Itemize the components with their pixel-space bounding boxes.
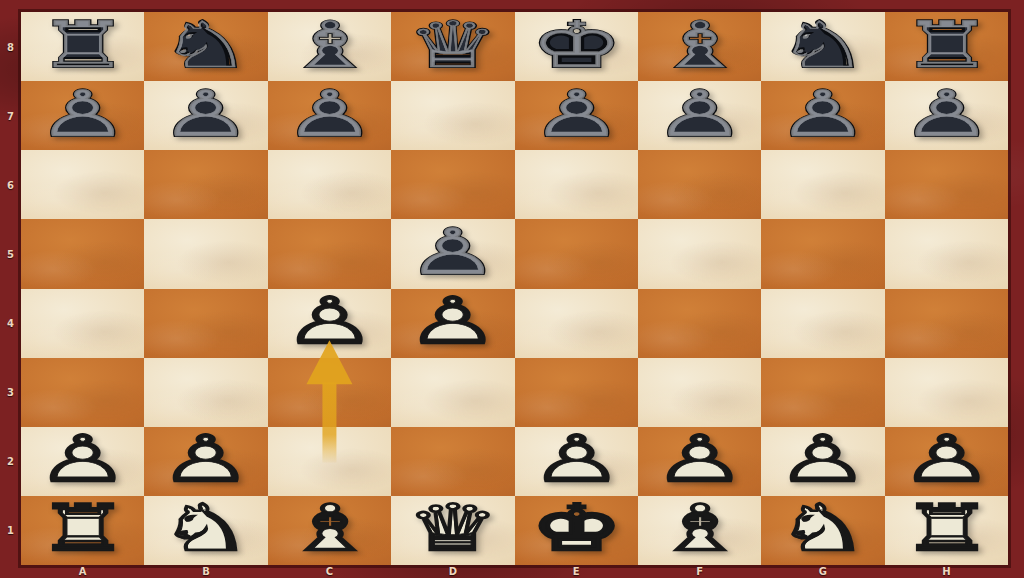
rank-label-6: 6 [0, 179, 21, 190]
piece-glyph-outline: ♙ [900, 82, 993, 146]
square-b5[interactable] [144, 219, 267, 288]
square-b3[interactable] [144, 358, 267, 427]
rank-label-1: 1 [0, 525, 21, 536]
rank-label-2: 2 [0, 456, 21, 467]
piece-black-rook[interactable]: ♜♖ [846, 12, 1024, 81]
square-g6[interactable] [761, 150, 884, 219]
piece-glyph-outline: ♙ [160, 427, 253, 491]
piece-glyph-outline: ♖ [900, 13, 993, 77]
chess-board: ♜♖♞♘♝♗♛♕♚♔♝♗♞♘♜♖♟♙♟♙♟♙♟♙♟♙♟♙♟♙♟♙♟♙♟♙♟♙♟♙… [21, 12, 1008, 565]
file-label-e: E [573, 565, 580, 578]
chess-app-frame: ♜♖♞♘♝♗♛♕♚♔♝♗♞♘♜♖♟♙♟♙♟♙♟♙♟♙♟♙♟♙♟♙♟♙♟♙♟♙♟♙… [0, 0, 1024, 578]
piece-black-pawn[interactable]: ♟♙ [230, 81, 430, 150]
square-g5[interactable] [761, 219, 884, 288]
piece-glyph-outline: ♙ [406, 220, 499, 284]
square-c6[interactable] [268, 150, 391, 219]
square-a4[interactable] [21, 289, 144, 358]
square-h5[interactable] [885, 219, 1008, 288]
rank-label-7: 7 [0, 110, 21, 121]
square-d4[interactable]: ♟♙ [391, 289, 514, 358]
square-h1[interactable]: ♜♖ [885, 496, 1008, 565]
piece-glyph-outline: ♖ [900, 497, 993, 561]
square-h2[interactable]: ♟♙ [885, 427, 1008, 496]
file-label-b: B [202, 565, 210, 578]
square-d6[interactable] [391, 150, 514, 219]
square-c3[interactable] [268, 358, 391, 427]
piece-white-pawn[interactable]: ♟♙ [106, 427, 306, 496]
square-b2[interactable]: ♟♙ [144, 427, 267, 496]
piece-black-pawn[interactable]: ♟♙ [353, 219, 553, 288]
square-a6[interactable] [21, 150, 144, 219]
piece-glyph-outline: ♙ [900, 427, 993, 491]
square-a3[interactable] [21, 358, 144, 427]
square-e3[interactable] [515, 358, 638, 427]
square-b6[interactable] [144, 150, 267, 219]
square-h3[interactable] [885, 358, 1008, 427]
piece-white-pawn[interactable]: ♟♙ [846, 427, 1024, 496]
file-label-a: A [79, 565, 87, 578]
piece-black-pawn[interactable]: ♟♙ [846, 81, 1024, 150]
piece-white-pawn[interactable]: ♟♙ [353, 289, 553, 358]
file-labels: ABCDEFGH [21, 565, 1008, 578]
rank-label-4: 4 [0, 318, 21, 329]
square-d5[interactable]: ♟♙ [391, 219, 514, 288]
square-d3[interactable] [391, 358, 514, 427]
piece-glyph-outline: ♙ [406, 289, 499, 353]
square-g4[interactable] [761, 289, 884, 358]
rank-label-3: 3 [0, 387, 21, 398]
square-f3[interactable] [638, 358, 761, 427]
square-e6[interactable] [515, 150, 638, 219]
file-label-f: F [696, 565, 703, 578]
file-label-h: H [942, 565, 950, 578]
square-h6[interactable] [885, 150, 1008, 219]
piece-glyph-outline: ♙ [283, 82, 376, 146]
square-g3[interactable] [761, 358, 884, 427]
square-f6[interactable] [638, 150, 761, 219]
square-h8[interactable]: ♜♖ [885, 12, 1008, 81]
file-label-g: G [819, 565, 827, 578]
file-label-c: C [326, 565, 333, 578]
square-h4[interactable] [885, 289, 1008, 358]
square-f4[interactable] [638, 289, 761, 358]
rank-labels: 87654321 [0, 12, 21, 565]
square-a5[interactable] [21, 219, 144, 288]
square-f5[interactable] [638, 219, 761, 288]
rank-label-8: 8 [0, 41, 21, 52]
square-c7[interactable]: ♟♙ [268, 81, 391, 150]
rank-label-5: 5 [0, 248, 21, 259]
square-h7[interactable]: ♟♙ [885, 81, 1008, 150]
piece-white-rook[interactable]: ♜♖ [846, 496, 1024, 565]
file-label-d: D [449, 565, 457, 578]
